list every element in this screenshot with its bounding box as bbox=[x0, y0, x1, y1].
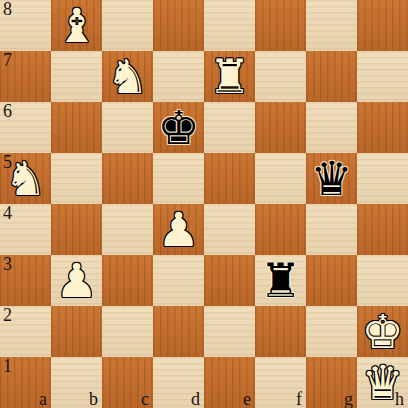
square-d1[interactable]: d bbox=[153, 357, 204, 408]
square-a6[interactable]: 6 bbox=[0, 102, 51, 153]
black-king-icon[interactable]: ♚ bbox=[153, 102, 204, 153]
square-e5[interactable] bbox=[204, 153, 255, 204]
file-label-e: e bbox=[243, 390, 251, 408]
square-b3[interactable]: ♟ bbox=[51, 255, 102, 306]
white-knight-icon[interactable]: ♞ bbox=[102, 51, 153, 102]
square-f7[interactable] bbox=[255, 51, 306, 102]
rank-label-1: 1 bbox=[3, 356, 12, 376]
square-c4[interactable] bbox=[102, 204, 153, 255]
square-h3[interactable] bbox=[357, 255, 408, 306]
black-queen-icon[interactable]: ♛ bbox=[306, 153, 357, 204]
file-label-h: h bbox=[395, 390, 404, 408]
square-f8[interactable] bbox=[255, 0, 306, 51]
rank-label-4: 4 bbox=[3, 203, 12, 223]
square-f1[interactable]: f bbox=[255, 357, 306, 408]
square-h8[interactable] bbox=[357, 0, 408, 51]
square-g6[interactable] bbox=[306, 102, 357, 153]
square-b4[interactable] bbox=[51, 204, 102, 255]
square-d5[interactable] bbox=[153, 153, 204, 204]
square-d6[interactable]: ♚ bbox=[153, 102, 204, 153]
square-f4[interactable] bbox=[255, 204, 306, 255]
file-label-c: c bbox=[141, 390, 149, 408]
square-g8[interactable] bbox=[306, 0, 357, 51]
square-b6[interactable] bbox=[51, 102, 102, 153]
square-h5[interactable] bbox=[357, 153, 408, 204]
file-label-a: a bbox=[39, 390, 47, 408]
square-h7[interactable] bbox=[357, 51, 408, 102]
square-e6[interactable] bbox=[204, 102, 255, 153]
rank-label-3: 3 bbox=[3, 254, 12, 274]
square-c5[interactable] bbox=[102, 153, 153, 204]
square-f2[interactable] bbox=[255, 306, 306, 357]
chess-board: 8♝7♞♜6♚♞5♛4♟3♟♜2♚1abcdefg♛h bbox=[0, 0, 408, 408]
square-g1[interactable]: g bbox=[306, 357, 357, 408]
square-b8[interactable]: ♝ bbox=[51, 0, 102, 51]
square-e7[interactable]: ♜ bbox=[204, 51, 255, 102]
white-rook-icon[interactable]: ♜ bbox=[204, 51, 255, 102]
square-c8[interactable] bbox=[102, 0, 153, 51]
square-c2[interactable] bbox=[102, 306, 153, 357]
rank-label-2: 2 bbox=[3, 305, 12, 325]
square-g7[interactable] bbox=[306, 51, 357, 102]
square-h1[interactable]: ♛h bbox=[357, 357, 408, 408]
square-c3[interactable] bbox=[102, 255, 153, 306]
square-a5[interactable]: ♞5 bbox=[0, 153, 51, 204]
square-g2[interactable] bbox=[306, 306, 357, 357]
rank-label-7: 7 bbox=[3, 50, 12, 70]
file-label-b: b bbox=[89, 390, 98, 408]
square-c6[interactable] bbox=[102, 102, 153, 153]
file-label-g: g bbox=[344, 390, 353, 408]
square-h2[interactable]: ♚ bbox=[357, 306, 408, 357]
white-bishop-icon[interactable]: ♝ bbox=[51, 0, 102, 51]
white-pawn-icon[interactable]: ♟ bbox=[153, 204, 204, 255]
square-h4[interactable] bbox=[357, 204, 408, 255]
square-g5[interactable]: ♛ bbox=[306, 153, 357, 204]
square-d2[interactable] bbox=[153, 306, 204, 357]
square-d3[interactable] bbox=[153, 255, 204, 306]
square-a2[interactable]: 2 bbox=[0, 306, 51, 357]
rank-label-6: 6 bbox=[3, 101, 12, 121]
black-rook-icon[interactable]: ♜ bbox=[255, 255, 306, 306]
rank-label-5: 5 bbox=[3, 152, 12, 172]
square-a3[interactable]: 3 bbox=[0, 255, 51, 306]
square-f6[interactable] bbox=[255, 102, 306, 153]
square-e8[interactable] bbox=[204, 0, 255, 51]
white-pawn-icon[interactable]: ♟ bbox=[51, 255, 102, 306]
white-king-icon[interactable]: ♚ bbox=[357, 306, 408, 357]
square-f3[interactable]: ♜ bbox=[255, 255, 306, 306]
square-e3[interactable] bbox=[204, 255, 255, 306]
square-f5[interactable] bbox=[255, 153, 306, 204]
square-c7[interactable]: ♞ bbox=[102, 51, 153, 102]
square-e4[interactable] bbox=[204, 204, 255, 255]
square-h6[interactable] bbox=[357, 102, 408, 153]
rank-label-8: 8 bbox=[3, 0, 12, 19]
square-b7[interactable] bbox=[51, 51, 102, 102]
square-a7[interactable]: 7 bbox=[0, 51, 51, 102]
square-g4[interactable] bbox=[306, 204, 357, 255]
file-label-f: f bbox=[296, 390, 302, 408]
square-e2[interactable] bbox=[204, 306, 255, 357]
square-d8[interactable] bbox=[153, 0, 204, 51]
square-a1[interactable]: 1a bbox=[0, 357, 51, 408]
square-b5[interactable] bbox=[51, 153, 102, 204]
square-b2[interactable] bbox=[51, 306, 102, 357]
square-d4[interactable]: ♟ bbox=[153, 204, 204, 255]
square-g3[interactable] bbox=[306, 255, 357, 306]
square-d7[interactable] bbox=[153, 51, 204, 102]
square-a8[interactable]: 8 bbox=[0, 0, 51, 51]
square-e1[interactable]: e bbox=[204, 357, 255, 408]
file-label-d: d bbox=[191, 390, 200, 408]
square-c1[interactable]: c bbox=[102, 357, 153, 408]
square-a4[interactable]: 4 bbox=[0, 204, 51, 255]
square-b1[interactable]: b bbox=[51, 357, 102, 408]
